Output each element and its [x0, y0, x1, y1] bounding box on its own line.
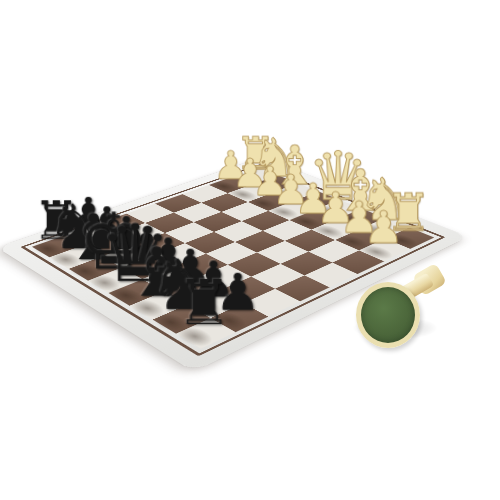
perspective-stage: ♜♞♝♛♝♞♜♟♟♟♟♟♟♟♟♟♟♟♟♟♟♟♟♜♞♝♚♛♝♞♜ — [0, 0, 500, 500]
chess-mat: ♜♞♝♛♝♞♜♟♟♟♟♟♟♟♟♟♟♟♟♟♟♟♟♜♞♝♚♛♝♞♜ — [0, 157, 468, 372]
board-grid: ♜♞♝♛♝♞♜♟♟♟♟♟♟♟♟♟♟♟♟♟♟♟♟♜♞♝♚♛♝♞♜ — [32, 168, 434, 349]
piece-black-rook-a8: ♜ — [177, 272, 232, 334]
chess-set-photo: ♜♞♝♛♝♞♜♟♟♟♟♟♟♟♟♟♟♟♟♟♟♟♟♜♞♝♚♛♝♞♜ — [0, 0, 500, 500]
piece-white-pawn-a2: ♟ — [364, 205, 404, 250]
